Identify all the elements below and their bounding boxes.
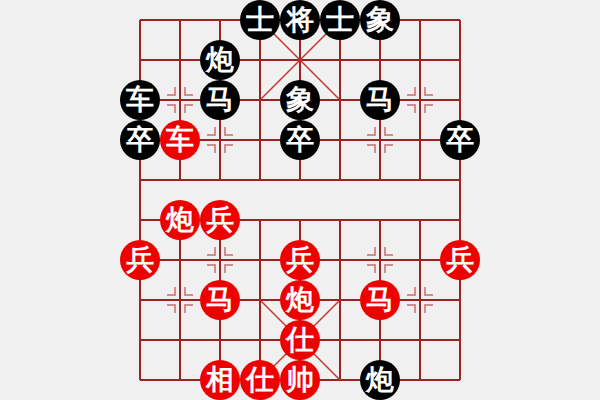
intersection-1-8[interactable] <box>160 320 200 360</box>
intersection-5-4[interactable] <box>320 160 360 200</box>
intersection-7-5[interactable] <box>400 200 440 240</box>
piece-black-advisor[interactable]: 士 <box>240 0 280 40</box>
intersection-6-8[interactable] <box>360 320 400 360</box>
intersection-8-8[interactable] <box>440 320 480 360</box>
intersection-8-2[interactable] <box>440 80 480 120</box>
intersection-6-1[interactable] <box>360 40 400 80</box>
intersection-3-0[interactable]: 士 <box>240 0 280 40</box>
intersection-0-9[interactable] <box>120 360 160 400</box>
intersection-4-6[interactable]: 兵 <box>280 240 320 280</box>
intersection-4-3[interactable]: 卒 <box>280 120 320 160</box>
intersection-7-0[interactable] <box>400 0 440 40</box>
intersection-2-1[interactable]: 炮 <box>200 40 240 80</box>
piece-red-horse[interactable]: 马 <box>200 280 240 320</box>
intersection-5-3[interactable] <box>320 120 360 160</box>
intersection-4-5[interactable] <box>280 200 320 240</box>
piece-red-horse[interactable]: 马 <box>360 280 400 320</box>
intersection-6-6[interactable] <box>360 240 400 280</box>
piece-black-cannon[interactable]: 炮 <box>200 40 240 80</box>
intersection-4-8[interactable]: 仕 <box>280 320 320 360</box>
intersection-6-2[interactable]: 马 <box>360 80 400 120</box>
intersection-5-1[interactable] <box>320 40 360 80</box>
piece-black-horse[interactable]: 马 <box>200 80 240 120</box>
intersection-1-0[interactable] <box>160 0 200 40</box>
intersection-8-0[interactable] <box>440 0 480 40</box>
piece-black-chariot[interactable]: 车 <box>120 80 160 120</box>
piece-black-soldier[interactable]: 卒 <box>120 120 160 160</box>
intersection-6-3[interactable] <box>360 120 400 160</box>
intersection-3-1[interactable] <box>240 40 280 80</box>
intersection-1-7[interactable] <box>160 280 200 320</box>
intersection-2-0[interactable] <box>200 0 240 40</box>
piece-red-soldier[interactable]: 兵 <box>440 240 480 280</box>
intersection-7-8[interactable] <box>400 320 440 360</box>
intersection-0-3[interactable]: 卒 <box>120 120 160 160</box>
piece-black-horse[interactable]: 马 <box>360 80 400 120</box>
intersection-4-9[interactable]: 帅 <box>280 360 320 400</box>
piece-red-soldier[interactable]: 兵 <box>280 240 320 280</box>
intersection-5-0[interactable]: 士 <box>320 0 360 40</box>
intersection-7-7[interactable] <box>400 280 440 320</box>
intersection-3-4[interactable] <box>240 160 280 200</box>
piece-red-soldier[interactable]: 兵 <box>120 240 160 280</box>
intersection-6-5[interactable] <box>360 200 400 240</box>
intersection-7-4[interactable] <box>400 160 440 200</box>
intersection-1-2[interactable] <box>160 80 200 120</box>
intersection-4-0[interactable]: 将 <box>280 0 320 40</box>
intersection-3-3[interactable] <box>240 120 280 160</box>
intersection-4-1[interactable] <box>280 40 320 80</box>
intersection-8-6[interactable]: 兵 <box>440 240 480 280</box>
piece-black-elephant[interactable]: 象 <box>360 0 400 40</box>
intersection-1-3[interactable]: 车 <box>160 120 200 160</box>
intersection-0-4[interactable] <box>120 160 160 200</box>
intersection-3-9[interactable]: 仕 <box>240 360 280 400</box>
intersection-2-5[interactable]: 兵 <box>200 200 240 240</box>
intersection-3-2[interactable] <box>240 80 280 120</box>
intersection-0-0[interactable] <box>120 0 160 40</box>
piece-red-cannon[interactable]: 炮 <box>160 200 200 240</box>
piece-red-soldier[interactable]: 兵 <box>200 200 240 240</box>
intersection-0-5[interactable] <box>120 200 160 240</box>
piece-red-general[interactable]: 帅 <box>280 360 320 400</box>
intersection-5-7[interactable] <box>320 280 360 320</box>
piece-red-chariot[interactable]: 车 <box>160 120 200 160</box>
intersection-1-9[interactable] <box>160 360 200 400</box>
intersection-6-0[interactable]: 象 <box>360 0 400 40</box>
intersection-8-3[interactable]: 卒 <box>440 120 480 160</box>
intersection-8-7[interactable] <box>440 280 480 320</box>
intersection-3-6[interactable] <box>240 240 280 280</box>
intersection-5-8[interactable] <box>320 320 360 360</box>
intersection-3-7[interactable] <box>240 280 280 320</box>
intersection-7-3[interactable] <box>400 120 440 160</box>
intersection-1-6[interactable] <box>160 240 200 280</box>
intersection-2-7[interactable]: 马 <box>200 280 240 320</box>
intersection-8-1[interactable] <box>440 40 480 80</box>
intersection-4-2[interactable]: 象 <box>280 80 320 120</box>
intersection-7-1[interactable] <box>400 40 440 80</box>
piece-red-advisor[interactable]: 仕 <box>240 360 280 400</box>
piece-red-advisor[interactable]: 仕 <box>280 320 320 360</box>
piece-black-general[interactable]: 将 <box>280 0 320 40</box>
intersection-4-7[interactable]: 炮 <box>280 280 320 320</box>
intersection-1-5[interactable]: 炮 <box>160 200 200 240</box>
intersection-3-8[interactable] <box>240 320 280 360</box>
intersection-8-4[interactable] <box>440 160 480 200</box>
intersection-0-7[interactable] <box>120 280 160 320</box>
intersection-1-1[interactable] <box>160 40 200 80</box>
piece-black-cannon[interactable]: 炮 <box>360 360 400 400</box>
intersection-2-4[interactable] <box>200 160 240 200</box>
intersection-0-1[interactable] <box>120 40 160 80</box>
piece-black-soldier[interactable]: 卒 <box>280 120 320 160</box>
intersection-2-8[interactable] <box>200 320 240 360</box>
piece-red-elephant[interactable]: 相 <box>200 360 240 400</box>
intersection-8-5[interactable] <box>440 200 480 240</box>
intersection-5-9[interactable] <box>320 360 360 400</box>
board-grid: 士将士象炮车马象马卒车卒卒炮兵兵兵兵马炮马仕相仕帅炮 <box>120 0 480 400</box>
intersection-7-9[interactable] <box>400 360 440 400</box>
intersection-7-2[interactable] <box>400 80 440 120</box>
intersection-2-6[interactable] <box>200 240 240 280</box>
intersection-5-2[interactable] <box>320 80 360 120</box>
intersection-8-9[interactable] <box>440 360 480 400</box>
intersection-0-6[interactable]: 兵 <box>120 240 160 280</box>
intersection-2-3[interactable] <box>200 120 240 160</box>
intersection-5-6[interactable] <box>320 240 360 280</box>
intersection-6-7[interactable]: 马 <box>360 280 400 320</box>
intersection-0-8[interactable] <box>120 320 160 360</box>
intersection-7-6[interactable] <box>400 240 440 280</box>
piece-black-advisor[interactable]: 士 <box>320 0 360 40</box>
intersection-6-4[interactable] <box>360 160 400 200</box>
piece-red-cannon[interactable]: 炮 <box>280 280 320 320</box>
intersection-5-5[interactable] <box>320 200 360 240</box>
piece-black-elephant[interactable]: 象 <box>280 80 320 120</box>
xiangqi-board: 士将士象炮车马象马卒车卒卒炮兵兵兵兵马炮马仕相仕帅炮 <box>0 0 600 400</box>
intersection-6-9[interactable]: 炮 <box>360 360 400 400</box>
intersection-1-4[interactable] <box>160 160 200 200</box>
intersection-2-2[interactable]: 马 <box>200 80 240 120</box>
intersection-3-5[interactable] <box>240 200 280 240</box>
intersection-4-4[interactable] <box>280 160 320 200</box>
piece-black-soldier[interactable]: 卒 <box>440 120 480 160</box>
intersection-0-2[interactable]: 车 <box>120 80 160 120</box>
intersection-2-9[interactable]: 相 <box>200 360 240 400</box>
